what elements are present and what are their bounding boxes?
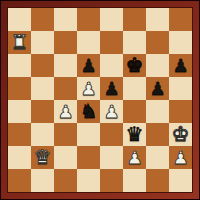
square-a4[interactable] xyxy=(8,100,31,123)
square-a5[interactable] xyxy=(8,77,31,100)
square-d6[interactable]: ♟ xyxy=(77,54,100,77)
square-c2[interactable] xyxy=(54,146,77,169)
square-h3[interactable]: ♚ xyxy=(169,123,192,146)
piece-black-king-f6[interactable]: ♚ xyxy=(126,54,144,77)
square-f4[interactable] xyxy=(123,100,146,123)
square-b7[interactable] xyxy=(31,31,54,54)
square-f5[interactable] xyxy=(123,77,146,100)
square-b5[interactable] xyxy=(31,77,54,100)
square-g8[interactable] xyxy=(146,8,169,31)
square-f8[interactable] xyxy=(123,8,146,31)
square-b6[interactable] xyxy=(31,54,54,77)
square-c6[interactable] xyxy=(54,54,77,77)
square-c1[interactable] xyxy=(54,169,77,192)
square-a3[interactable] xyxy=(8,123,31,146)
square-g7[interactable] xyxy=(146,31,169,54)
square-c7[interactable] xyxy=(54,31,77,54)
square-a6[interactable] xyxy=(8,54,31,77)
square-f1[interactable] xyxy=(123,169,146,192)
square-f7[interactable] xyxy=(123,31,146,54)
piece-black-pawn-g5[interactable]: ♟ xyxy=(149,77,165,100)
square-e4[interactable]: ♟ xyxy=(100,100,123,123)
piece-black-queen-f3[interactable]: ♛ xyxy=(126,123,144,146)
square-d5[interactable]: ♟ xyxy=(77,77,100,100)
square-g1[interactable] xyxy=(146,169,169,192)
square-g3[interactable] xyxy=(146,123,169,146)
square-d8[interactable] xyxy=(77,8,100,31)
square-b8[interactable] xyxy=(31,8,54,31)
square-g6[interactable] xyxy=(146,54,169,77)
square-g2[interactable] xyxy=(146,146,169,169)
piece-white-pawn-d5[interactable]: ♟ xyxy=(80,77,96,100)
square-h8[interactable] xyxy=(169,8,192,31)
square-h6[interactable]: ♟ xyxy=(169,54,192,77)
piece-black-pawn-d6[interactable]: ♟ xyxy=(80,54,96,77)
square-h2[interactable]: ♟ xyxy=(169,146,192,169)
board-frame: ♜♟♚♟♟♟♟♟♞♟♛♚♛♟♟ xyxy=(0,0,200,200)
piece-white-king-h3[interactable]: ♚ xyxy=(172,123,190,146)
square-a7[interactable]: ♜ xyxy=(8,31,31,54)
square-b4[interactable] xyxy=(31,100,54,123)
square-a2[interactable] xyxy=(8,146,31,169)
square-e5[interactable]: ♟ xyxy=(100,77,123,100)
piece-white-pawn-c4[interactable]: ♟ xyxy=(57,100,73,123)
square-a8[interactable] xyxy=(8,8,31,31)
piece-white-pawn-e4[interactable]: ♟ xyxy=(103,100,119,123)
square-e1[interactable] xyxy=(100,169,123,192)
square-h7[interactable] xyxy=(169,31,192,54)
square-c3[interactable] xyxy=(54,123,77,146)
square-f3[interactable]: ♛ xyxy=(123,123,146,146)
square-h4[interactable] xyxy=(169,100,192,123)
square-c8[interactable] xyxy=(54,8,77,31)
square-a1[interactable] xyxy=(8,169,31,192)
piece-black-pawn-h6[interactable]: ♟ xyxy=(172,54,188,77)
square-d1[interactable] xyxy=(77,169,100,192)
square-c4[interactable]: ♟ xyxy=(54,100,77,123)
square-g5[interactable]: ♟ xyxy=(146,77,169,100)
square-d2[interactable] xyxy=(77,146,100,169)
piece-black-pawn-e5[interactable]: ♟ xyxy=(103,77,119,100)
square-e7[interactable] xyxy=(100,31,123,54)
square-b3[interactable] xyxy=(31,123,54,146)
square-e2[interactable] xyxy=(100,146,123,169)
square-e3[interactable] xyxy=(100,123,123,146)
piece-white-pawn-h2[interactable]: ♟ xyxy=(172,146,188,169)
piece-white-queen-b2[interactable]: ♛ xyxy=(34,146,52,169)
square-d4[interactable]: ♞ xyxy=(77,100,100,123)
square-b2[interactable]: ♛ xyxy=(31,146,54,169)
square-d3[interactable] xyxy=(77,123,100,146)
square-e8[interactable] xyxy=(100,8,123,31)
square-h1[interactable] xyxy=(169,169,192,192)
square-c5[interactable] xyxy=(54,77,77,100)
square-e6[interactable] xyxy=(100,54,123,77)
square-f6[interactable]: ♚ xyxy=(123,54,146,77)
square-f2[interactable]: ♟ xyxy=(123,146,146,169)
chess-board: ♜♟♚♟♟♟♟♟♞♟♛♚♛♟♟ xyxy=(7,7,193,193)
piece-white-rook-a7[interactable]: ♜ xyxy=(11,31,29,54)
square-d7[interactable] xyxy=(77,31,100,54)
piece-white-pawn-f2[interactable]: ♟ xyxy=(126,146,142,169)
piece-black-knight-d4[interactable]: ♞ xyxy=(80,100,98,123)
square-g4[interactable] xyxy=(146,100,169,123)
square-b1[interactable] xyxy=(31,169,54,192)
square-h5[interactable] xyxy=(169,77,192,100)
